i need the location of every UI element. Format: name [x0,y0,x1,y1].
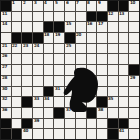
crossword-cell[interactable]: 29 [129,76,139,86]
crossword-cell[interactable] [22,87,32,97]
crossword-cell[interactable] [119,76,129,86]
crossword-cell[interactable]: 28 [1,76,11,86]
black-cell [119,1,129,11]
crossword-cell[interactable]: 27 [1,65,11,75]
crossword-cell[interactable]: 7 [76,1,86,11]
crossword-cell[interactable] [22,108,32,118]
crossword-cell[interactable]: 19 [54,33,64,43]
crossword-cell[interactable]: 17 [97,22,107,32]
crossword-cell[interactable] [12,119,22,129]
crossword-cell[interactable] [129,119,139,129]
crossword-cell[interactable]: 39 [33,119,43,129]
clue-number: 26 [2,54,7,58]
crossword-cell[interactable]: 18 [44,33,54,43]
crossword-cell[interactable]: 20 [76,33,86,43]
crossword-cell[interactable] [87,44,97,54]
crossword-cell[interactable] [33,87,43,97]
crossword-cell[interactable] [22,54,32,64]
crossword-cell[interactable] [76,65,86,75]
crossword-cell[interactable] [119,97,129,107]
crossword-cell[interactable] [54,54,64,64]
crossword-cell[interactable]: 37 [65,108,75,118]
crossword-cell[interactable]: 30 [1,87,11,97]
crossword-cell[interactable] [33,129,43,139]
crossword-cell[interactable] [87,65,97,75]
crossword-cell[interactable] [12,65,22,75]
crossword-cell[interactable] [108,108,118,118]
clue-number: 4 [44,1,47,5]
crossword-cell[interactable] [76,44,86,54]
crossword-cell[interactable] [97,65,107,75]
clue-number: 19 [55,33,60,37]
crossword-cell[interactable] [97,129,107,139]
crossword-cell[interactable] [119,22,129,32]
crossword-cell[interactable] [129,33,139,43]
clue-number: 28 [2,76,7,80]
crossword-cell[interactable] [87,76,97,86]
crossword-cell[interactable] [108,44,118,54]
clue-number: 20 [76,33,81,37]
crossword-cell[interactable] [76,22,86,32]
crossword-cell[interactable]: 5 [54,1,64,11]
crossword-cell[interactable]: 41 [119,129,129,139]
crossword-cell[interactable] [54,97,64,107]
crossword-cell[interactable] [44,108,54,118]
clue-number: 32 [2,97,7,101]
crossword-cell[interactable] [65,97,75,107]
crossword-board: 1234567891011121314151617181920212223242… [0,0,140,140]
crossword-cell[interactable] [119,108,129,118]
crossword-cell[interactable] [87,87,97,97]
crossword-cell[interactable] [119,33,129,43]
crossword-cell[interactable] [54,129,64,139]
crossword-cell[interactable]: 15 [65,22,75,32]
crossword-cell[interactable] [119,87,129,97]
black-cell [129,65,139,75]
crossword-cell[interactable]: 32 [1,97,11,107]
black-cell [97,12,107,22]
crossword-cell[interactable] [119,54,129,64]
clue-number: 16 [87,22,92,26]
clue-number: 25 [66,44,71,48]
crossword-cell[interactable] [97,33,107,43]
crossword-cell[interactable]: 33 [33,97,43,107]
crossword-cell[interactable] [44,76,54,86]
crossword-cell[interactable]: 13 [119,12,129,22]
crossword-cell[interactable] [87,97,97,107]
black-cell [108,119,118,129]
clue-number: 7 [76,1,79,5]
clue-number: 10 [130,1,135,5]
clue-number: 21 [2,44,7,48]
clue-number: 29 [130,76,135,80]
crossword-cell[interactable]: 6 [65,1,75,11]
crossword-cell[interactable] [108,65,118,75]
crossword-cell[interactable] [33,65,43,75]
crossword-cell[interactable] [44,44,54,54]
black-cell [12,129,22,139]
crossword-cell[interactable] [22,65,32,75]
crossword-cell[interactable]: 36 [1,108,11,118]
crossword-cell[interactable] [22,76,32,86]
crossword-cell[interactable] [87,33,97,43]
crossword-cell[interactable] [44,12,54,22]
black-cell [22,119,32,129]
black-cell [1,119,11,129]
crossword-cell[interactable]: 8 [87,1,97,11]
clue-number: 6 [66,1,69,5]
crossword-cell[interactable] [108,76,118,86]
crossword-cell[interactable] [108,87,118,97]
crossword-puzzle: 1234567891011121314151617181920212223242… [0,0,140,140]
clue-number: 2 [23,1,26,5]
crossword-cell[interactable] [76,129,86,139]
clue-number: 36 [2,108,7,112]
crossword-cell[interactable] [12,54,22,64]
crossword-cell[interactable] [44,54,54,64]
crossword-cell[interactable]: 26 [1,54,11,64]
crossword-cell[interactable]: 21 [1,44,11,54]
crossword-cell[interactable]: 24 [33,44,43,54]
crossword-cell[interactable] [33,108,43,118]
crossword-cell[interactable]: 25 [65,44,75,54]
crossword-cell[interactable] [76,12,86,22]
crossword-cell[interactable]: 14 [1,22,11,32]
crossword-cell[interactable]: 22 [12,44,22,54]
clue-number: 34 [44,97,49,101]
clue-number: 13 [119,12,124,16]
black-cell [87,12,97,22]
crossword-cell[interactable] [1,33,11,43]
clue-number: 35 [108,97,113,101]
crossword-cell[interactable] [54,119,64,129]
crossword-cell[interactable]: 4 [44,1,54,11]
crossword-cell[interactable]: 9 [97,1,107,11]
clue-number: 15 [66,22,71,26]
crossword-cell[interactable] [76,87,86,97]
crossword-cell[interactable] [97,119,107,129]
crossword-cell[interactable] [12,76,22,86]
crossword-cell[interactable]: 34 [44,97,54,107]
crossword-cell[interactable] [108,33,118,43]
crossword-cell[interactable]: 12 [108,12,118,22]
crossword-cell[interactable] [12,87,22,97]
black-cell [33,33,43,43]
crossword-cell[interactable] [65,65,75,75]
crossword-cell[interactable] [129,44,139,54]
crossword-cell[interactable] [33,76,43,86]
crossword-cell[interactable] [76,54,86,64]
black-cell [22,33,32,43]
crossword-cell[interactable] [108,22,118,32]
crossword-cell[interactable]: 2 [22,1,32,11]
crossword-cell[interactable] [22,22,32,32]
black-cell [1,129,11,139]
clue-number: 27 [2,65,7,69]
crossword-cell[interactable]: 16 [87,22,97,32]
black-cell [44,22,54,32]
clue-number: 14 [2,22,7,26]
crossword-cell[interactable] [65,129,75,139]
crossword-cell[interactable] [44,65,54,75]
crossword-cell[interactable] [54,76,64,86]
clue-number: 40 [23,129,28,133]
clue-number: 5 [55,1,58,5]
black-cell [54,22,64,32]
clue-number: 18 [44,33,49,37]
clue-number: 8 [87,1,90,5]
crossword-cell[interactable] [12,97,22,107]
crossword-cell[interactable] [87,54,97,64]
crossword-cell[interactable] [12,22,22,32]
crossword-cell[interactable] [76,119,86,129]
crossword-cell[interactable] [65,119,75,129]
black-cell [1,1,11,11]
black-cell [12,33,22,43]
crossword-cell[interactable] [33,54,43,64]
crossword-cell[interactable]: 38 [97,108,107,118]
black-cell [97,97,107,107]
crossword-cell[interactable] [33,22,43,32]
crossword-cell[interactable]: 11 [1,12,11,22]
crossword-cell[interactable] [65,12,75,22]
crossword-cell[interactable] [54,65,64,75]
clue-number: 30 [2,87,7,91]
crossword-cell[interactable] [119,44,129,54]
clue-number: 33 [34,97,39,101]
crossword-cell[interactable] [76,108,86,118]
clue-number: 11 [2,12,7,16]
black-cell [119,119,129,129]
crossword-cell[interactable] [44,119,54,129]
crossword-cell[interactable] [12,12,22,22]
crossword-cell[interactable] [97,76,107,86]
black-cell [54,108,64,118]
clue-number: 9 [98,1,101,5]
crossword-cell[interactable] [129,129,139,139]
crossword-cell[interactable] [22,12,32,22]
crossword-cell[interactable] [97,44,107,54]
crossword-cell[interactable]: 23 [22,44,32,54]
clue-number: 41 [119,129,124,133]
crossword-cell[interactable] [129,87,139,97]
crossword-cell[interactable]: 40 [22,129,32,139]
crossword-cell[interactable] [65,54,75,64]
crossword-cell[interactable] [65,87,75,97]
crossword-cell[interactable] [76,97,86,107]
crossword-cell[interactable]: 3 [33,1,43,11]
clue-number: 22 [12,44,17,48]
clue-number: 24 [34,44,39,48]
crossword-cell[interactable] [129,97,139,107]
crossword-cell[interactable] [76,76,86,86]
crossword-cell[interactable] [129,12,139,22]
clue-number: 12 [108,12,113,16]
clue-number: 17 [98,22,103,26]
crossword-cell[interactable] [129,108,139,118]
clue-number: 37 [66,108,71,112]
crossword-cell[interactable] [87,119,97,129]
black-cell [87,108,97,118]
clue-number: 23 [23,44,28,48]
crossword-cell[interactable]: 10 [129,1,139,11]
black-cell [44,87,54,97]
crossword-cell[interactable] [119,65,129,75]
crossword-cell[interactable]: 31 [54,87,64,97]
crossword-cell[interactable] [87,129,97,139]
crossword-cell[interactable] [12,108,22,118]
crossword-cell[interactable] [44,129,54,139]
crossword-cell[interactable] [97,54,107,64]
crossword-cell[interactable] [65,76,75,86]
clue-number: 39 [34,119,39,123]
black-cell [65,33,75,43]
crossword-cell[interactable] [54,12,64,22]
black-cell [108,129,118,139]
crossword-cell[interactable] [108,54,118,64]
crossword-cell[interactable]: 1 [12,1,22,11]
crossword-cell[interactable] [54,44,64,54]
crossword-cell[interactable] [129,54,139,64]
black-cell [22,97,32,107]
clue-number: 38 [98,108,103,112]
crossword-cell[interactable] [129,22,139,32]
crossword-cell[interactable]: 35 [108,97,118,107]
crossword-cell[interactable] [33,12,43,22]
clue-number: 3 [34,1,37,5]
crossword-cell[interactable] [97,87,107,97]
black-cell [108,1,118,11]
clue-number: 1 [12,1,15,5]
clue-number: 31 [55,87,60,91]
